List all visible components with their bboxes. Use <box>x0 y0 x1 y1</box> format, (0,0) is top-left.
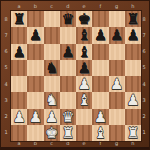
file-label-e: e <box>76 4 92 9</box>
square-f3[interactable] <box>92 92 108 108</box>
rank-label-7: 7 <box>1 27 11 43</box>
square-b1[interactable] <box>27 125 43 141</box>
white-rook-d1: ♜ <box>61 125 74 141</box>
rank-labels-left: 87654321 <box>1 11 11 141</box>
square-f7[interactable]: ♟ <box>92 27 108 43</box>
square-h7[interactable]: ♟ <box>125 27 141 43</box>
chess-board: abcdefgh abcdefgh 87654321 87654321 ♜♛♚♜… <box>0 0 150 150</box>
file-labels-top: abcdefgh <box>11 4 141 9</box>
square-c3[interactable]: ♞ <box>44 92 60 108</box>
square-e2[interactable] <box>76 109 92 125</box>
rank-label-4: 4 <box>1 76 11 92</box>
black-knight-c5: ♞ <box>45 60 58 76</box>
black-bishop-e7: ♝ <box>78 27 91 43</box>
file-label-f: f <box>92 4 108 9</box>
file-labels-bottom: abcdefgh <box>11 141 141 146</box>
square-e7[interactable]: ♝ <box>76 27 92 43</box>
square-e4[interactable]: ♟ <box>76 76 92 92</box>
square-a5[interactable] <box>11 60 27 76</box>
square-b7[interactable]: ♟ <box>27 27 43 43</box>
white-pawn-g4: ♟ <box>110 76 123 92</box>
black-rook-h8: ♜ <box>126 11 139 27</box>
square-a1[interactable] <box>11 125 27 141</box>
black-bishop-e6: ♝ <box>78 44 91 60</box>
file-label-c: c <box>44 141 60 146</box>
black-pawn-b7: ♟ <box>29 27 42 43</box>
board-grid: ♜♛♚♜♟♝♟♟♟♟♟♝♞♟♟♟♞♝♟♟♟♟♛♟♚♜♝♜ <box>11 11 141 141</box>
black-pawn-g7: ♟ <box>110 27 123 43</box>
square-b8[interactable] <box>27 11 43 27</box>
square-g3[interactable] <box>109 92 125 108</box>
square-b2[interactable]: ♟ <box>27 109 43 125</box>
square-f6[interactable] <box>92 44 108 60</box>
black-pawn-h7: ♟ <box>126 27 139 43</box>
black-rook-a8: ♜ <box>13 11 26 27</box>
square-a6[interactable]: ♟ <box>11 44 27 60</box>
square-a3[interactable] <box>11 92 27 108</box>
square-g8[interactable] <box>109 11 125 27</box>
square-e5[interactable]: ♟ <box>76 60 92 76</box>
square-a7[interactable] <box>11 27 27 43</box>
black-king-e8: ♚ <box>78 11 91 27</box>
square-b6[interactable] <box>27 44 43 60</box>
rank-label-2: 2 <box>1 109 11 125</box>
square-h8[interactable]: ♜ <box>125 11 141 27</box>
square-f2[interactable]: ♟ <box>92 109 108 125</box>
file-label-a: a <box>11 4 27 9</box>
square-d7[interactable] <box>60 27 76 43</box>
square-c2[interactable]: ♟ <box>44 109 60 125</box>
file-label-d: d <box>60 141 76 146</box>
square-f4[interactable] <box>92 76 108 92</box>
square-h6[interactable] <box>125 44 141 60</box>
square-d4[interactable] <box>60 76 76 92</box>
file-label-h: h <box>125 4 141 9</box>
square-f5[interactable] <box>92 60 108 76</box>
file-label-e: e <box>76 141 92 146</box>
white-pawn-a2: ♟ <box>13 109 26 125</box>
square-d8[interactable]: ♛ <box>60 11 76 27</box>
white-knight-c3: ♞ <box>45 92 58 108</box>
square-b4[interactable] <box>27 76 43 92</box>
white-pawn-f2: ♟ <box>94 109 107 125</box>
square-f1[interactable]: ♝ <box>92 125 108 141</box>
file-label-g: g <box>109 141 125 146</box>
square-d3[interactable] <box>60 92 76 108</box>
file-label-g: g <box>109 4 125 9</box>
square-d2[interactable]: ♛ <box>60 109 76 125</box>
white-pawn-b2: ♟ <box>29 109 42 125</box>
white-rook-h1: ♜ <box>126 125 139 141</box>
square-g4[interactable]: ♟ <box>109 76 125 92</box>
file-label-c: c <box>44 4 60 9</box>
rank-label-1: 1 <box>1 125 11 141</box>
black-pawn-e5: ♟ <box>78 60 91 76</box>
square-c8[interactable] <box>44 11 60 27</box>
square-h4[interactable] <box>125 76 141 92</box>
square-h3[interactable]: ♟ <box>125 92 141 108</box>
square-c1[interactable]: ♚ <box>44 125 60 141</box>
white-pawn-c2: ♟ <box>45 109 58 125</box>
black-pawn-a6: ♟ <box>13 44 26 60</box>
white-queen-d2: ♛ <box>61 109 74 125</box>
file-label-b: b <box>27 141 43 146</box>
square-a2[interactable]: ♟ <box>11 109 27 125</box>
file-label-h: h <box>125 141 141 146</box>
black-pawn-f7: ♟ <box>94 27 107 43</box>
square-c5[interactable]: ♞ <box>44 60 60 76</box>
square-e8[interactable]: ♚ <box>76 11 92 27</box>
square-f8[interactable] <box>92 11 108 27</box>
square-h2[interactable] <box>125 109 141 125</box>
rank-label-6: 6 <box>1 44 11 60</box>
rank-label-3: 3 <box>1 92 11 108</box>
black-queen-d8: ♛ <box>61 11 74 27</box>
square-c7[interactable] <box>44 27 60 43</box>
white-king-c1: ♚ <box>45 125 58 141</box>
square-g2[interactable] <box>109 109 125 125</box>
square-g7[interactable]: ♟ <box>109 27 125 43</box>
file-label-b: b <box>27 4 43 9</box>
square-g1[interactable] <box>109 125 125 141</box>
white-bishop-e3: ♝ <box>78 92 91 108</box>
square-d5[interactable] <box>60 60 76 76</box>
rank-label-8: 8 <box>1 11 11 27</box>
square-g6[interactable] <box>109 44 125 60</box>
square-e3[interactable]: ♝ <box>76 92 92 108</box>
square-a8[interactable]: ♜ <box>11 11 27 27</box>
square-c6[interactable] <box>44 44 60 60</box>
square-c4[interactable] <box>44 76 60 92</box>
file-label-a: a <box>11 141 27 146</box>
white-pawn-h3: ♟ <box>126 92 139 108</box>
square-h1[interactable]: ♜ <box>125 125 141 141</box>
square-d1[interactable]: ♜ <box>60 125 76 141</box>
square-d6[interactable]: ♟ <box>60 44 76 60</box>
square-e6[interactable]: ♝ <box>76 44 92 60</box>
square-a4[interactable] <box>11 76 27 92</box>
file-label-d: d <box>60 4 76 9</box>
square-b5[interactable] <box>27 60 43 76</box>
file-label-f: f <box>92 141 108 146</box>
black-pawn-d6: ♟ <box>61 44 74 60</box>
white-pawn-e4: ♟ <box>78 76 91 92</box>
square-b3[interactable] <box>27 92 43 108</box>
white-bishop-f1: ♝ <box>94 125 107 141</box>
square-h5[interactable] <box>125 60 141 76</box>
rank-label-5: 5 <box>1 60 11 76</box>
square-e1[interactable] <box>76 125 92 141</box>
square-g5[interactable] <box>109 60 125 76</box>
